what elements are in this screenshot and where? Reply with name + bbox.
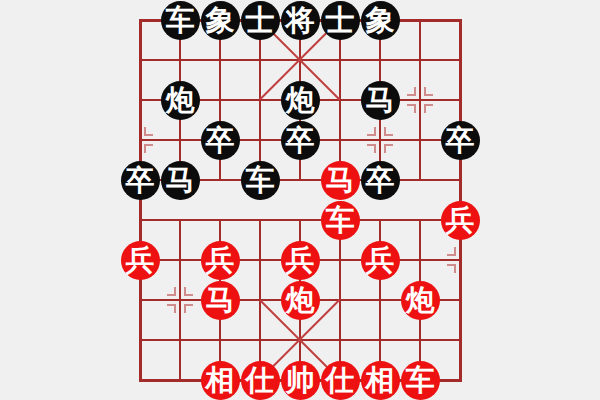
piece-red-elephant[interactable]: 相	[361, 361, 400, 400]
piece-black-chariot[interactable]: 车	[241, 161, 280, 200]
marker-corner-bracket	[407, 104, 416, 113]
piece-red-soldier[interactable]: 兵	[281, 241, 320, 280]
grid-line	[139, 19, 142, 382]
marker-corner-bracket	[384, 127, 393, 136]
piece-black-soldier[interactable]: 卒	[201, 121, 240, 160]
xiangqi-board[interactable]: 车象士将士象炮炮马卒卒卒卒马车马卒车兵兵兵兵兵马炮炮相仕帅仕相车	[0, 0, 600, 400]
piece-red-soldier[interactable]: 兵	[361, 241, 400, 280]
marker-corner-bracket	[447, 247, 456, 256]
marker-corner-bracket	[407, 87, 416, 96]
piece-red-soldier[interactable]: 兵	[441, 201, 480, 240]
piece-black-soldier[interactable]: 卒	[441, 121, 480, 160]
piece-red-advisor[interactable]: 仕	[241, 361, 280, 400]
star-point-marker	[407, 87, 433, 113]
marker-corner-bracket	[424, 87, 433, 96]
piece-red-horse[interactable]: 马	[321, 161, 360, 200]
marker-corner-bracket	[184, 304, 193, 313]
piece-black-horse[interactable]: 马	[361, 81, 400, 120]
piece-red-cannon[interactable]: 炮	[401, 281, 440, 320]
piece-black-cannon[interactable]: 炮	[161, 81, 200, 120]
piece-red-chariot[interactable]: 车	[401, 361, 440, 400]
star-point-marker	[367, 127, 393, 153]
piece-black-general[interactable]: 将	[281, 1, 320, 40]
piece-red-soldier[interactable]: 兵	[121, 241, 160, 280]
marker-corner-bracket	[184, 287, 193, 296]
piece-black-soldier[interactable]: 卒	[121, 161, 160, 200]
marker-corner-bracket	[144, 127, 153, 136]
piece-black-cannon[interactable]: 炮	[281, 81, 320, 120]
star-point-marker	[127, 127, 153, 153]
piece-red-horse[interactable]: 马	[201, 281, 240, 320]
piece-red-soldier[interactable]: 兵	[201, 241, 240, 280]
piece-red-advisor[interactable]: 仕	[321, 361, 360, 400]
marker-corner-bracket	[167, 287, 176, 296]
piece-black-elephant[interactable]: 象	[361, 1, 400, 40]
piece-black-advisor[interactable]: 士	[241, 1, 280, 40]
piece-red-cannon[interactable]: 炮	[281, 281, 320, 320]
marker-corner-bracket	[367, 144, 376, 153]
piece-red-chariot[interactable]: 车	[321, 201, 360, 240]
star-point-marker	[167, 287, 193, 313]
marker-corner-bracket	[367, 127, 376, 136]
marker-corner-bracket	[447, 264, 456, 273]
piece-red-general[interactable]: 帅	[281, 361, 320, 400]
star-point-marker	[447, 247, 473, 273]
piece-black-soldier[interactable]: 卒	[281, 121, 320, 160]
marker-corner-bracket	[384, 144, 393, 153]
piece-red-elephant[interactable]: 相	[201, 361, 240, 400]
marker-corner-bracket	[144, 144, 153, 153]
piece-black-chariot[interactable]: 车	[161, 1, 200, 40]
marker-corner-bracket	[167, 304, 176, 313]
piece-black-elephant[interactable]: 象	[201, 1, 240, 40]
piece-black-horse[interactable]: 马	[161, 161, 200, 200]
marker-corner-bracket	[424, 104, 433, 113]
piece-black-advisor[interactable]: 士	[321, 1, 360, 40]
piece-black-soldier[interactable]: 卒	[361, 161, 400, 200]
